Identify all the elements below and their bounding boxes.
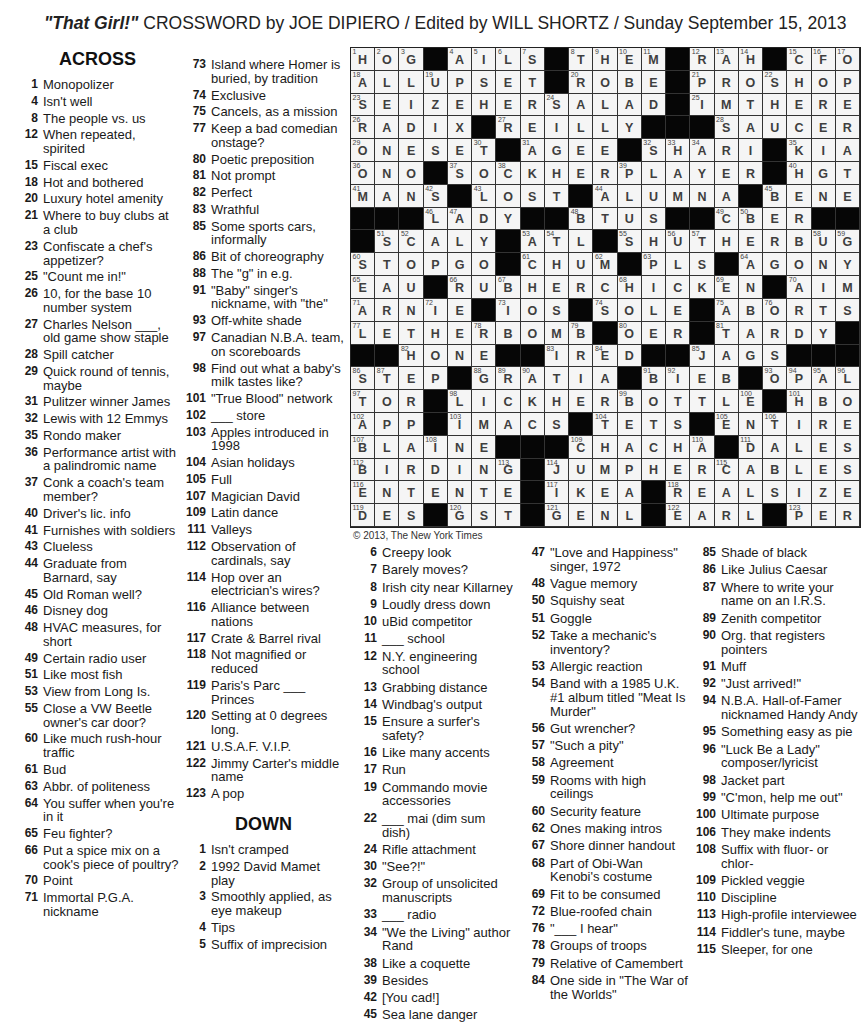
grid-cell-r13c18[interactable]: R [763,322,787,345]
grid-cell-r12c12[interactable]: O [618,299,642,322]
grid-cell-r20c18[interactable]: S [763,481,787,504]
grid-cell-r2c15[interactable]: 21P [690,71,714,94]
grid-cell-r7c9[interactable]: T [545,185,569,208]
grid-cell-r21c17[interactable]: L [739,504,763,527]
grid-cell-r17c12[interactable]: E [618,413,642,436]
grid-cell-r3c12[interactable]: A [618,94,642,117]
grid-cell-r12c13[interactable]: L [642,299,666,322]
grid-cell-r13c10[interactable]: 79B [569,322,593,345]
grid-cell-r8c12[interactable]: U [618,208,642,231]
grid-cell-r13c9[interactable]: M [545,322,569,345]
grid-cell-r15c14[interactable]: 92I [666,367,690,390]
grid-cell-r16c15[interactable]: T [690,390,714,413]
grid-cell-r21c9[interactable]: 121G [545,504,569,527]
grid-cell-r2c3[interactable]: L [399,71,423,94]
grid-cell-r18c19[interactable]: L [787,436,811,459]
grid-cell-r13c2[interactable]: E [375,322,399,345]
grid-cell-r11c17[interactable]: N [739,276,763,299]
grid-cell-r12c2[interactable]: R [375,299,399,322]
grid-cell-r7c16[interactable]: A [715,185,739,208]
grid-cell-r5c5[interactable]: E [448,139,472,162]
grid-cell-r12c1[interactable]: 71A [351,299,375,322]
grid-cell-r10c20[interactable]: N [812,253,836,276]
grid-cell-r20c5[interactable]: N [448,481,472,504]
grid-cell-r11c12[interactable]: 68H [618,276,642,299]
grid-cell-r14c4[interactable]: O [424,345,448,368]
grid-cell-r2c20[interactable]: O [812,71,836,94]
grid-cell-r6c13[interactable]: L [642,162,666,185]
grid-cell-r6c11[interactable]: R [593,162,617,185]
grid-cell-r14c11[interactable]: 84E [593,345,617,368]
grid-cell-r2c11[interactable]: O [593,71,617,94]
grid-cell-r10c3[interactable]: O [399,253,423,276]
grid-cell-r16c19[interactable]: 101H [787,390,811,413]
grid-cell-r8c5[interactable]: 47A [448,208,472,231]
grid-cell-r19c3[interactable]: R [399,459,423,482]
grid-cell-r3c17[interactable]: T [739,94,763,117]
grid-cell-r10c1[interactable]: 60S [351,253,375,276]
grid-cell-r11c11[interactable]: C [593,276,617,299]
grid-cell-r10c18[interactable]: G [763,253,787,276]
grid-cell-r20c7[interactable]: E [496,481,520,504]
grid-cell-r14c17[interactable]: G [739,345,763,368]
grid-cell-r4c17[interactable]: A [739,116,763,139]
grid-cell-r1c1[interactable]: 1H [351,48,375,71]
grid-cell-r4c11[interactable]: L [593,116,617,139]
grid-cell-r2c8[interactable]: T [521,71,545,94]
grid-cell-r1c20[interactable]: 16F [812,48,836,71]
grid-cell-r12c5[interactable]: E [448,299,472,322]
grid-cell-r19c18[interactable]: B [763,459,787,482]
grid-cell-r14c18[interactable]: S [763,345,787,368]
grid-cell-r5c3[interactable]: E [399,139,423,162]
grid-cell-r7c6[interactable]: 43L [472,185,496,208]
grid-cell-r3c8[interactable]: R [521,94,545,117]
grid-cell-r6c1[interactable]: 36O [351,162,375,185]
grid-cell-r9c13[interactable]: H [642,230,666,253]
grid-cell-r10c14[interactable]: L [666,253,690,276]
grid-cell-r12c14[interactable]: E [666,299,690,322]
grid-cell-r9c8[interactable]: 53A [521,230,545,253]
grid-cell-r20c9[interactable]: 117I [545,481,569,504]
grid-cell-r7c12[interactable]: L [618,185,642,208]
grid-cell-r2c2[interactable]: L [375,71,399,94]
grid-cell-r2c10[interactable]: 20R [569,71,593,94]
grid-cell-r2c18[interactable]: 22S [763,71,787,94]
grid-cell-r11c13[interactable]: I [642,276,666,299]
grid-cell-r15c4[interactable]: P [424,367,448,390]
grid-cell-r18c17[interactable]: 111D [739,436,763,459]
grid-cell-r3c20[interactable]: R [812,94,836,117]
grid-cell-r19c17[interactable]: A [739,459,763,482]
grid-cell-r10c21[interactable]: Y [836,253,860,276]
grid-cell-r10c5[interactable]: G [448,253,472,276]
grid-cell-r18c12[interactable]: A [618,436,642,459]
grid-cell-r5c17[interactable]: I [739,139,763,162]
grid-cell-r7c20[interactable]: N [812,185,836,208]
grid-cell-r8c13[interactable]: S [642,208,666,231]
grid-cell-r4c20[interactable]: E [812,116,836,139]
grid-cell-r16c5[interactable]: 98L [448,390,472,413]
grid-cell-r2c6[interactable]: S [472,71,496,94]
grid-cell-r11c5[interactable]: 66R [448,276,472,299]
grid-cell-r12c20[interactable]: T [812,299,836,322]
grid-cell-r4c7[interactable]: 27R [496,116,520,139]
grid-cell-r6c9[interactable]: H [545,162,569,185]
grid-cell-r15c19[interactable]: 94P [787,367,811,390]
grid-cell-r5c10[interactable]: E [569,139,593,162]
grid-cell-r17c16[interactable]: 105E [715,413,739,436]
grid-cell-r11c1[interactable]: 65E [351,276,375,299]
grid-cell-r3c6[interactable]: H [472,94,496,117]
grid-cell-r19c9[interactable]: 114J [545,459,569,482]
grid-cell-r17c1[interactable]: 102A [351,413,375,436]
grid-cell-r16c1[interactable]: 97T [351,390,375,413]
grid-cell-r21c14[interactable]: 122E [666,504,690,527]
grid-cell-r5c19[interactable]: 35K [787,139,811,162]
grid-cell-r5c14[interactable]: 33H [666,139,690,162]
grid-cell-r6c19[interactable]: 40H [787,162,811,185]
grid-cell-r7c19[interactable]: E [787,185,811,208]
grid-cell-r13c7[interactable]: B [496,322,520,345]
grid-cell-r21c5[interactable]: 120G [448,504,472,527]
grid-cell-r9c6[interactable]: Y [472,230,496,253]
grid-cell-r20c16[interactable]: A [715,481,739,504]
grid-cell-r5c4[interactable]: S [424,139,448,162]
grid-cell-r11c16[interactable]: 69E [715,276,739,299]
grid-cell-r6c21[interactable]: T [836,162,860,185]
grid-cell-r16c12[interactable]: 99B [618,390,642,413]
grid-cell-r10c4[interactable]: P [424,253,448,276]
grid-cell-r21c16[interactable]: R [715,504,739,527]
grid-cell-r3c15[interactable]: 25I [690,94,714,117]
grid-cell-r12c9[interactable]: S [545,299,569,322]
grid-cell-r9c19[interactable]: B [787,230,811,253]
grid-cell-r8c19[interactable]: R [787,208,811,231]
grid-cell-r1c8[interactable]: 7S [521,48,545,71]
grid-cell-r16c11[interactable]: R [593,390,617,413]
grid-cell-r19c15[interactable]: R [690,459,714,482]
grid-cell-r19c11[interactable]: M [593,459,617,482]
grid-cell-r3c10[interactable]: A [569,94,593,117]
grid-cell-r11c3[interactable]: U [399,276,423,299]
grid-cell-r4c18[interactable]: U [763,116,787,139]
grid-cell-r16c20[interactable]: B [812,390,836,413]
grid-cell-r9c9[interactable]: 54T [545,230,569,253]
grid-cell-r7c14[interactable]: M [666,185,690,208]
grid-cell-r4c10[interactable]: L [569,116,593,139]
grid-cell-r8c17[interactable]: 50B [739,208,763,231]
grid-cell-r20c15[interactable]: E [690,481,714,504]
grid-cell-r19c7[interactable]: 113G [496,459,520,482]
grid-cell-r7c13[interactable]: U [642,185,666,208]
grid-cell-r5c20[interactable]: I [812,139,836,162]
grid-cell-r20c4[interactable]: E [424,481,448,504]
grid-cell-r16c7[interactable]: C [496,390,520,413]
grid-cell-r8c16[interactable]: 49C [715,208,739,231]
grid-cell-r14c9[interactable]: 83I [545,345,569,368]
grid-cell-r12c8[interactable]: O [521,299,545,322]
grid-cell-r10c2[interactable]: T [375,253,399,276]
grid-cell-r5c9[interactable]: G [545,139,569,162]
grid-cell-r16c14[interactable]: T [666,390,690,413]
grid-cell-r10c15[interactable]: S [690,253,714,276]
grid-cell-r17c8[interactable]: C [521,413,545,436]
grid-cell-r19c21[interactable]: S [836,459,860,482]
grid-cell-r21c20[interactable]: E [812,504,836,527]
grid-cell-r19c5[interactable]: I [448,459,472,482]
grid-cell-r10c8[interactable]: 61C [521,253,545,276]
grid-cell-r20c21[interactable]: E [836,481,860,504]
grid-cell-r9c15[interactable]: 57T [690,230,714,253]
grid-cell-r7c8[interactable]: S [521,185,545,208]
grid-cell-r4c16[interactable]: 28S [715,116,739,139]
grid-cell-r16c8[interactable]: K [521,390,545,413]
grid-cell-r8c11[interactable]: T [593,208,617,231]
grid-cell-r10c11[interactable]: 62M [593,253,617,276]
grid-cell-r18c14[interactable]: H [666,436,690,459]
grid-cell-r5c6[interactable]: 30T [472,139,496,162]
grid-cell-r19c10[interactable]: U [569,459,593,482]
grid-cell-r12c4[interactable]: 72I [424,299,448,322]
grid-cell-r15c7[interactable]: 89R [496,367,520,390]
grid-cell-r18c1[interactable]: 107B [351,436,375,459]
grid-cell-r17c19[interactable]: I [787,413,811,436]
grid-cell-r9c21[interactable]: 59G [836,230,860,253]
grid-cell-r20c11[interactable]: E [593,481,617,504]
grid-cell-r2c4[interactable]: 19U [424,71,448,94]
grid-cell-r13c19[interactable]: D [787,322,811,345]
grid-cell-r17c3[interactable]: P [399,413,423,436]
grid-cell-r16c17[interactable]: 100E [739,390,763,413]
grid-cell-r1c15[interactable]: 12R [690,48,714,71]
grid-cell-r15c9[interactable]: T [545,367,569,390]
grid-cell-r8c10[interactable]: 48B [569,208,593,231]
grid-cell-r3c3[interactable]: I [399,94,423,117]
grid-cell-r5c16[interactable]: R [715,139,739,162]
grid-cell-r18c2[interactable]: L [375,436,399,459]
grid-cell-r15c2[interactable]: 87T [375,367,399,390]
grid-cell-r11c10[interactable]: R [569,276,593,299]
grid-cell-r6c10[interactable]: E [569,162,593,185]
grid-cell-r19c13[interactable]: H [642,459,666,482]
grid-cell-r17c9[interactable]: S [545,413,569,436]
grid-cell-r17c18[interactable]: 106T [763,413,787,436]
grid-cell-r5c1[interactable]: 29O [351,139,375,162]
grid-cell-r11c20[interactable]: I [812,276,836,299]
grid-cell-r6c8[interactable]: K [521,162,545,185]
grid-cell-r14c15[interactable]: 85J [690,345,714,368]
grid-cell-r6c7[interactable]: 38C [496,162,520,185]
grid-cell-r14c3[interactable]: 82H [399,345,423,368]
grid-cell-r8c7[interactable]: Y [496,208,520,231]
grid-cell-r21c10[interactable]: E [569,504,593,527]
grid-cell-r19c4[interactable]: D [424,459,448,482]
grid-cell-r16c21[interactable]: O [836,390,860,413]
grid-cell-r6c15[interactable]: Y [690,162,714,185]
grid-cell-r17c14[interactable]: S [666,413,690,436]
grid-cell-r10c17[interactable]: 64A [739,253,763,276]
grid-cell-r18c15[interactable]: 110A [690,436,714,459]
grid-cell-r10c13[interactable]: 63P [642,253,666,276]
grid-cell-r5c8[interactable]: 31A [521,139,545,162]
grid-cell-r3c21[interactable]: E [836,94,860,117]
grid-cell-r5c15[interactable]: 34A [690,139,714,162]
grid-cell-r7c4[interactable]: 42S [424,185,448,208]
grid-cell-r13c20[interactable]: Y [812,322,836,345]
grid-cell-r9c17[interactable]: E [739,230,763,253]
grid-cell-r19c1[interactable]: 112B [351,459,375,482]
grid-cell-r20c10[interactable]: K [569,481,593,504]
grid-cell-r7c21[interactable]: E [836,185,860,208]
grid-cell-r10c9[interactable]: H [545,253,569,276]
grid-cell-r6c14[interactable]: A [666,162,690,185]
grid-cell-r12c11[interactable]: 74S [593,299,617,322]
grid-cell-r14c5[interactable]: N [448,345,472,368]
grid-cell-r3c7[interactable]: E [496,94,520,117]
grid-cell-r14c6[interactable]: E [472,345,496,368]
grid-cell-r1c10[interactable]: 8T [569,48,593,71]
grid-cell-r11c8[interactable]: H [521,276,545,299]
grid-cell-r1c5[interactable]: 4A [448,48,472,71]
grid-cell-r6c12[interactable]: 39P [618,162,642,185]
grid-cell-r2c21[interactable]: P [836,71,860,94]
grid-cell-r20c3[interactable]: T [399,481,423,504]
grid-cell-r1c11[interactable]: 9H [593,48,617,71]
grid-cell-r20c14[interactable]: 118R [666,481,690,504]
grid-cell-r20c12[interactable]: A [618,481,642,504]
grid-cell-r2c19[interactable]: H [787,71,811,94]
grid-cell-r9c2[interactable]: 51S [375,230,399,253]
grid-cell-r16c9[interactable]: H [545,390,569,413]
grid-cell-r2c16[interactable]: R [715,71,739,94]
grid-cell-r11c7[interactable]: 67B [496,276,520,299]
grid-cell-r10c10[interactable]: U [569,253,593,276]
grid-cell-r4c9[interactable]: I [545,116,569,139]
grid-cell-r11c2[interactable]: A [375,276,399,299]
grid-cell-r2c17[interactable]: O [739,71,763,94]
grid-cell-r15c1[interactable]: 86S [351,367,375,390]
grid-cell-r18c10[interactable]: 109C [569,436,593,459]
grid-cell-r15c21[interactable]: 96L [836,367,860,390]
grid-cell-r8c4[interactable]: 46L [424,208,448,231]
grid-cell-r6c2[interactable]: N [375,162,399,185]
grid-cell-r2c7[interactable]: E [496,71,520,94]
grid-cell-r12c16[interactable]: 75A [715,299,739,322]
grid-cell-r20c6[interactable]: T [472,481,496,504]
grid-cell-r16c6[interactable]: I [472,390,496,413]
grid-cell-r17c17[interactable]: N [739,413,763,436]
grid-cell-r14c10[interactable]: R [569,345,593,368]
grid-cell-r13c16[interactable]: 81T [715,322,739,345]
grid-cell-r4c2[interactable]: A [375,116,399,139]
grid-cell-r1c7[interactable]: 6L [496,48,520,71]
grid-cell-r1c17[interactable]: 14H [739,48,763,71]
grid-cell-r6c6[interactable]: O [472,162,496,185]
grid-cell-r1c2[interactable]: 2O [375,48,399,71]
grid-cell-r11c19[interactable]: 70A [787,276,811,299]
grid-cell-r5c21[interactable]: A [836,139,860,162]
grid-cell-r4c12[interactable]: Y [618,116,642,139]
grid-cell-r12c19[interactable]: R [787,299,811,322]
grid-cell-r5c2[interactable]: N [375,139,399,162]
grid-cell-r11c14[interactable]: C [666,276,690,299]
grid-cell-r18c3[interactable]: A [399,436,423,459]
grid-cell-r3c19[interactable]: E [787,94,811,117]
grid-cell-r9c16[interactable]: H [715,230,739,253]
grid-cell-r9c5[interactable]: L [448,230,472,253]
grid-cell-r21c15[interactable]: A [690,504,714,527]
grid-cell-r21c11[interactable]: N [593,504,617,527]
grid-cell-r16c10[interactable]: E [569,390,593,413]
grid-cell-r7c18[interactable]: 45B [763,185,787,208]
grid-cell-r2c13[interactable]: E [642,71,666,94]
grid-cell-r13c8[interactable]: O [521,322,545,345]
grid-cell-r6c17[interactable]: R [739,162,763,185]
grid-cell-r21c2[interactable]: E [375,504,399,527]
grid-cell-r1c21[interactable]: 17O [836,48,860,71]
grid-cell-r7c1[interactable]: 41M [351,185,375,208]
grid-cell-r13c3[interactable]: T [399,322,423,345]
grid-cell-r13c14[interactable]: R [666,322,690,345]
grid-cell-r19c14[interactable]: E [666,459,690,482]
grid-cell-r15c11[interactable]: A [593,367,617,390]
grid-cell-r18c6[interactable]: E [472,436,496,459]
grid-cell-r4c1[interactable]: 26R [351,116,375,139]
grid-cell-r15c10[interactable]: I [569,367,593,390]
grid-cell-r15c6[interactable]: 88G [472,367,496,390]
grid-cell-r1c6[interactable]: 5I [472,48,496,71]
grid-cell-r20c2[interactable]: N [375,481,399,504]
grid-cell-r21c6[interactable]: S [472,504,496,527]
grid-cell-r15c18[interactable]: 93O [763,367,787,390]
grid-cell-r13c1[interactable]: 77L [351,322,375,345]
grid-cell-r18c4[interactable]: 108I [424,436,448,459]
grid-cell-r13c17[interactable]: A [739,322,763,345]
grid-cell-r9c3[interactable]: 52C [399,230,423,253]
grid-cell-r2c12[interactable]: B [618,71,642,94]
grid-cell-r3c13[interactable]: D [642,94,666,117]
grid-cell-r15c8[interactable]: 90A [521,367,545,390]
grid-cell-r4c3[interactable]: D [399,116,423,139]
grid-cell-r7c7[interactable]: O [496,185,520,208]
grid-cell-r14c16[interactable]: A [715,345,739,368]
grid-cell-r2c5[interactable]: P [448,71,472,94]
grid-cell-r11c9[interactable]: E [545,276,569,299]
grid-cell-r12c17[interactable]: B [739,299,763,322]
grid-cell-r12c3[interactable]: N [399,299,423,322]
grid-cell-r17c2[interactable]: P [375,413,399,436]
grid-cell-r19c2[interactable]: I [375,459,399,482]
grid-cell-r17c6[interactable]: M [472,413,496,436]
grid-cell-r5c11[interactable]: E [593,139,617,162]
grid-cell-r9c20[interactable]: 58U [812,230,836,253]
grid-cell-r16c13[interactable]: O [642,390,666,413]
grid-cell-r15c15[interactable]: E [690,367,714,390]
grid-cell-r19c6[interactable]: N [472,459,496,482]
grid-cell-r9c10[interactable]: L [569,230,593,253]
grid-cell-r19c19[interactable]: L [787,459,811,482]
grid-cell-r11c21[interactable]: M [836,276,860,299]
grid-cell-r17c5[interactable]: 103I [448,413,472,436]
grid-cell-r9c18[interactable]: R [763,230,787,253]
grid-cell-r17c11[interactable]: 104T [593,413,617,436]
grid-cell-r12c21[interactable]: S [836,299,860,322]
grid-cell-r20c17[interactable]: L [739,481,763,504]
grid-cell-r15c20[interactable]: 95A [812,367,836,390]
grid-cell-r17c7[interactable]: A [496,413,520,436]
grid-cell-r13c6[interactable]: 78R [472,322,496,345]
